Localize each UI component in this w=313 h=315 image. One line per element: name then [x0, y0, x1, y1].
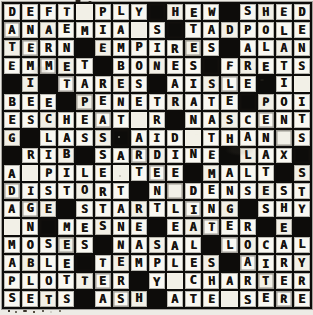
cell-letter: C	[190, 274, 197, 286]
letter-cell: E	[4, 112, 20, 128]
letter-cell: T	[40, 291, 56, 307]
cell-letter: C	[262, 239, 269, 251]
cell-letter: E	[27, 42, 34, 54]
cell-letter: E	[208, 293, 215, 305]
cell-letter: A	[99, 114, 106, 126]
cell-letter: N	[280, 114, 287, 126]
cell-letter: A	[190, 96, 197, 108]
letter-cell: D	[167, 130, 183, 146]
cell-letter: E	[262, 185, 269, 197]
cell-letter: S	[8, 292, 15, 304]
letter-cell: E	[58, 255, 74, 271]
cell-letter: L	[81, 167, 88, 179]
letter-cell: R	[167, 40, 183, 56]
black-cell	[294, 76, 310, 92]
cell-letter: E	[190, 7, 197, 19]
black-cell	[149, 4, 165, 20]
cell-letter: L	[262, 41, 269, 53]
letter-cell: O	[40, 273, 56, 289]
letter-cell: T	[258, 273, 274, 289]
cell-letter: I	[153, 132, 160, 144]
letter-cell: A	[58, 130, 74, 146]
cell-letter: M	[208, 168, 215, 180]
letter-cell: E	[40, 94, 56, 110]
cell-letter: O	[44, 275, 52, 287]
letter-cell: E	[76, 112, 92, 128]
letter-cell: A	[113, 148, 129, 164]
cell-letter: B	[117, 60, 124, 72]
letter-cell: R	[113, 273, 129, 289]
cell-letter: L	[117, 5, 124, 17]
cell-letter: I	[190, 78, 197, 90]
letter-cell: A	[203, 22, 219, 38]
letter-cell: C	[185, 273, 201, 289]
cell-letter: Y	[298, 203, 305, 215]
letter-cell: A	[221, 165, 237, 181]
cell-letter: I	[45, 149, 52, 161]
letter-cell: Y	[294, 255, 310, 271]
letter-cell: E	[203, 183, 219, 199]
letter-cell: I	[149, 40, 165, 56]
cell-letter: S	[45, 238, 52, 250]
cell-letter: H	[280, 202, 287, 214]
cell-letter: M	[63, 221, 70, 233]
cell-letter: M	[8, 239, 16, 251]
black-cell	[22, 130, 38, 146]
letter-cell: S	[294, 58, 310, 74]
letter-cell: E	[113, 255, 129, 271]
cell-letter: S	[190, 60, 197, 72]
cell-letter: X	[280, 150, 287, 162]
black-cell	[221, 255, 237, 271]
black-cell	[240, 94, 256, 110]
cell-letter: N	[298, 42, 306, 54]
letter-cell: R	[22, 148, 38, 164]
letter-cell: A	[4, 255, 20, 271]
cell-letter: E	[135, 221, 142, 233]
letter-cell: D	[294, 4, 310, 20]
letter-cell: R	[276, 255, 292, 271]
cell-letter: T	[99, 257, 106, 269]
cell-letter: A	[226, 167, 233, 179]
letter-cell: M	[22, 58, 38, 74]
cell-letter: D	[153, 149, 160, 161]
cell-letter: L	[280, 25, 287, 37]
cell-letter: T	[8, 41, 15, 53]
cell-letter: T	[208, 96, 215, 108]
cell-letter: N	[63, 42, 70, 54]
cell-letter: A	[280, 42, 287, 54]
letter-cell: C	[258, 237, 274, 253]
letter-cell: E	[221, 219, 237, 235]
black-cell	[149, 291, 165, 307]
letter-cell: E	[276, 273, 292, 289]
cell-letter: H	[135, 292, 142, 304]
letter-cell: T	[76, 58, 92, 74]
cell-letter: M	[117, 42, 124, 54]
black-cell	[4, 148, 20, 164]
cell-letter: D	[8, 185, 16, 197]
letter-cell: E	[22, 40, 38, 56]
cell-letter: L	[190, 239, 197, 251]
letter-cell: M	[4, 237, 20, 253]
cell-letter: I	[153, 42, 160, 54]
cell-letter: M	[81, 25, 88, 37]
letter-cell: A	[221, 273, 237, 289]
cell-letter: A	[63, 131, 71, 143]
cell-letter: S	[99, 132, 106, 144]
letter-cell: E	[276, 219, 292, 235]
letter-cell: I	[95, 22, 111, 38]
black-cell	[240, 201, 256, 217]
letter-cell: N	[113, 237, 129, 253]
letter-cell: A	[240, 40, 256, 56]
cell-letter: M	[27, 60, 34, 72]
cell-letter: R	[171, 96, 178, 108]
letter-cell: E	[258, 291, 274, 307]
letter-cell: A	[167, 291, 183, 307]
letter-cell: S	[240, 291, 256, 307]
cell-letter: P	[99, 6, 107, 18]
cell-letter: A	[135, 239, 142, 251]
letter-cell: S	[240, 4, 256, 20]
letter-cell: E	[95, 273, 111, 289]
letter-cell: P	[131, 40, 147, 56]
cell-letter: R	[171, 43, 178, 55]
letter-cell: L	[113, 4, 129, 20]
letter-cell: B	[113, 58, 129, 74]
cell-letter: N	[117, 221, 124, 233]
letter-cell: E	[203, 291, 219, 307]
cell-letter: E	[280, 6, 287, 18]
cell-letter: E	[280, 275, 287, 287]
letter-cell: E	[149, 165, 165, 181]
black-cell	[76, 148, 92, 164]
letter-cell: O	[240, 237, 256, 253]
cell-letter: O	[135, 60, 142, 72]
cell-letter: T	[262, 166, 269, 178]
letter-cell: P	[258, 94, 274, 110]
crossword-scan: { "game": "crossword", "description": "S…	[0, 0, 313, 315]
letter-cell: T	[131, 165, 147, 181]
cell-letter: A	[117, 24, 124, 36]
cell-letter: I	[262, 258, 269, 270]
letter-cell: E	[22, 291, 38, 307]
letter-cell: S	[240, 183, 256, 199]
cell-letter: R	[280, 257, 287, 269]
black-cell	[294, 219, 310, 235]
cell-letter: T	[298, 113, 305, 125]
letter-cell: A	[131, 237, 147, 253]
black-cell	[276, 165, 292, 181]
cell-letter: E	[99, 42, 106, 54]
letter-cell: R	[95, 183, 111, 199]
letter-cell: P	[4, 273, 20, 289]
letter-cell: E	[58, 58, 74, 74]
cell-letter: E	[8, 60, 15, 72]
letter-cell: T	[58, 76, 74, 92]
cell-letter: A	[244, 256, 251, 268]
black-cell	[58, 201, 74, 217]
letter-cell: A	[95, 112, 111, 128]
letter-cell: N	[276, 112, 292, 128]
cell-letter: S	[99, 149, 106, 161]
letter-cell: T	[203, 130, 219, 146]
cell-letter: T	[63, 185, 71, 197]
letter-cell: L	[294, 237, 310, 253]
cell-letter: N	[208, 203, 215, 215]
cell-letter: O	[27, 239, 34, 251]
letter-cell: E	[4, 58, 20, 74]
letter-cell: E	[76, 219, 92, 235]
letter-cell: T	[58, 4, 74, 20]
letter-cell: I	[276, 76, 292, 92]
cell-letter: S	[244, 186, 251, 198]
letter-cell: H	[58, 112, 74, 128]
letter-cell: I	[258, 255, 274, 271]
cell-letter: S	[298, 60, 305, 72]
black-cell	[185, 165, 201, 181]
cell-letter: C	[45, 113, 52, 125]
letter-cell: E	[203, 148, 219, 164]
letter-cell: T	[258, 165, 274, 181]
letter-cell: H	[167, 4, 183, 20]
black-cell	[113, 130, 129, 146]
letter-cell: E	[58, 22, 74, 38]
letter-cell: A	[203, 112, 219, 128]
black-cell	[167, 112, 183, 128]
letter-cell: L	[40, 255, 56, 271]
cell-letter: T	[190, 293, 197, 305]
black-cell	[167, 183, 183, 199]
letter-cell: N	[203, 201, 219, 217]
letter-cell: T	[149, 94, 165, 110]
letter-cell: E	[294, 22, 310, 38]
cell-letter: B	[63, 148, 70, 160]
cell-letter: A	[208, 24, 215, 36]
letter-cell: N	[294, 40, 310, 56]
cell-letter: E	[171, 221, 178, 233]
cell-letter: E	[63, 258, 70, 270]
cell-letter: E	[244, 78, 251, 90]
cell-letter: G	[8, 132, 15, 144]
cell-letter: E	[262, 61, 269, 73]
black-cell	[131, 183, 147, 199]
cell-letter: E	[262, 113, 270, 125]
letter-cell: E	[131, 94, 147, 110]
letter-cell: S	[40, 237, 56, 253]
cell-letter: A	[171, 78, 179, 90]
letter-cell: S	[76, 130, 92, 146]
cell-letter: P	[81, 96, 89, 108]
letter-cell: H	[258, 4, 274, 20]
cell-letter: T	[153, 202, 160, 214]
letter-cell: N	[149, 183, 165, 199]
cell-letter: T	[280, 60, 287, 72]
black-cell	[40, 76, 56, 92]
letter-cell: L	[76, 165, 92, 181]
cell-letter: I	[298, 96, 306, 108]
cell-letter: E	[8, 114, 15, 126]
cell-letter: E	[63, 61, 70, 73]
letter-cell: A	[240, 255, 256, 271]
cell-letter: D	[171, 131, 179, 143]
letter-cell: A	[185, 94, 201, 110]
cell-letter: E	[27, 293, 34, 305]
cell-letter: T	[298, 186, 305, 198]
letter-cell: T	[185, 291, 201, 307]
cell-letter: O	[280, 96, 287, 108]
cell-letter: A	[171, 293, 179, 305]
letter-cell: A	[185, 219, 201, 235]
letter-cell: P	[149, 255, 165, 271]
cell-letter: T	[63, 274, 70, 286]
cell-letter: I	[27, 77, 34, 89]
cell-letter: D	[226, 24, 234, 36]
letter-cell: L	[240, 148, 256, 164]
letter-cell: T	[276, 58, 292, 74]
cell-letter: S	[208, 78, 215, 90]
cell-letter: A	[190, 221, 197, 233]
cell-letter: N	[262, 132, 269, 144]
letter-cell: S	[221, 112, 237, 128]
letter-cell: O	[276, 94, 292, 110]
letter-cell: M	[76, 22, 92, 38]
black-cell	[221, 4, 237, 20]
black-cell	[95, 237, 111, 253]
cell-letter: H	[226, 132, 233, 144]
letter-cell: R	[131, 201, 147, 217]
letter-cell: S	[203, 255, 219, 271]
cell-letter: L	[27, 275, 34, 287]
cell-letter: T	[135, 166, 142, 178]
letter-cell: L	[167, 201, 183, 217]
black-cell	[221, 148, 237, 164]
cell-letter: S	[298, 132, 305, 144]
cell-letter: I	[99, 24, 106, 36]
letter-cell: N	[258, 130, 274, 146]
letter-cell: M	[203, 165, 219, 181]
letter-cell: E	[258, 112, 274, 128]
letter-cell: A	[258, 148, 274, 164]
letter-cell: B	[4, 94, 20, 110]
cell-letter: E	[189, 257, 197, 269]
letter-cell: N	[221, 183, 237, 199]
cell-letter: I	[190, 204, 197, 216]
letter-cell: E	[113, 76, 129, 92]
cell-letter: A	[45, 24, 52, 36]
cell-letter: M	[135, 257, 143, 269]
letter-cell: I	[58, 165, 74, 181]
cell-letter: E	[280, 222, 287, 234]
letter-cell: T	[58, 273, 74, 289]
letter-cell: S	[58, 291, 74, 307]
cell-letter: I	[171, 149, 178, 161]
cell-letter: P	[262, 96, 269, 108]
cell-letter: T	[208, 221, 215, 233]
cell-letter: L	[244, 167, 251, 179]
letter-cell: P	[240, 22, 256, 38]
letter-cell: N	[149, 58, 165, 74]
cell-letter: L	[45, 132, 52, 144]
cell-letter: B	[8, 96, 15, 108]
black-cell	[167, 273, 183, 289]
letter-cell: N	[185, 112, 201, 128]
cell-letter: O	[244, 239, 251, 251]
letter-cell: E	[185, 4, 201, 20]
letter-cell: T	[113, 183, 129, 199]
letter-cell: R	[276, 291, 292, 307]
cell-letter: H	[262, 6, 270, 18]
cell-letter: R	[99, 78, 106, 90]
letter-cell: E	[221, 94, 237, 110]
letter-cell: P	[40, 165, 56, 181]
letter-cell: W	[203, 4, 219, 20]
letter-cell: M	[58, 219, 74, 235]
cell-letter: T	[117, 114, 124, 126]
cell-letter: F	[226, 60, 233, 72]
letter-cell: T	[76, 273, 92, 289]
cell-letter: L	[244, 149, 252, 161]
cell-letter: N	[190, 148, 197, 160]
letter-cell: S	[149, 237, 165, 253]
letter-cell: N	[113, 94, 129, 110]
cell-letter: A	[244, 42, 251, 54]
letter-cell: S	[95, 219, 111, 235]
cell-letter: A	[262, 149, 269, 161]
letter-cell: E	[258, 183, 274, 199]
cell-letter: E	[226, 220, 233, 232]
cell-letter: N	[153, 185, 160, 197]
cell-letter: A	[117, 203, 124, 215]
letter-cell: A	[76, 76, 92, 92]
black-cell	[221, 40, 237, 56]
letter-cell: E	[95, 94, 111, 110]
cell-letter: N	[27, 24, 34, 36]
letter-cell: A	[4, 165, 20, 181]
letter-cell: L	[221, 237, 237, 253]
letter-cell: I	[167, 148, 183, 164]
cell-letter: S	[226, 114, 233, 126]
letter-cell: E	[185, 40, 201, 56]
black-cell	[95, 58, 111, 74]
cell-letter: D	[8, 6, 15, 18]
letter-cell: E	[22, 4, 38, 20]
letter-cell: A	[131, 130, 147, 146]
black-cell	[76, 255, 92, 271]
cell-letter: A	[81, 78, 88, 90]
cell-letter: T	[63, 78, 70, 90]
letter-cell: R	[167, 94, 183, 110]
letter-cell: D	[221, 22, 237, 38]
cell-letter: I	[27, 186, 34, 198]
cell-letter: R	[244, 275, 251, 287]
cell-letter: R	[298, 275, 305, 287]
black-cell	[58, 94, 74, 110]
black-cell	[113, 165, 129, 181]
cell-letter: T	[45, 294, 52, 306]
letter-cell: T	[185, 22, 201, 38]
cell-letter: L	[171, 257, 178, 269]
cell-letter: E	[99, 275, 107, 287]
cell-letter: E	[208, 184, 215, 196]
letter-cell: N	[22, 219, 38, 235]
cell-letter: T	[81, 275, 88, 287]
letter-cell: E	[40, 201, 56, 217]
letter-cell: T	[203, 94, 219, 110]
cell-letter: E	[26, 96, 34, 108]
letter-cell: N	[22, 22, 38, 38]
